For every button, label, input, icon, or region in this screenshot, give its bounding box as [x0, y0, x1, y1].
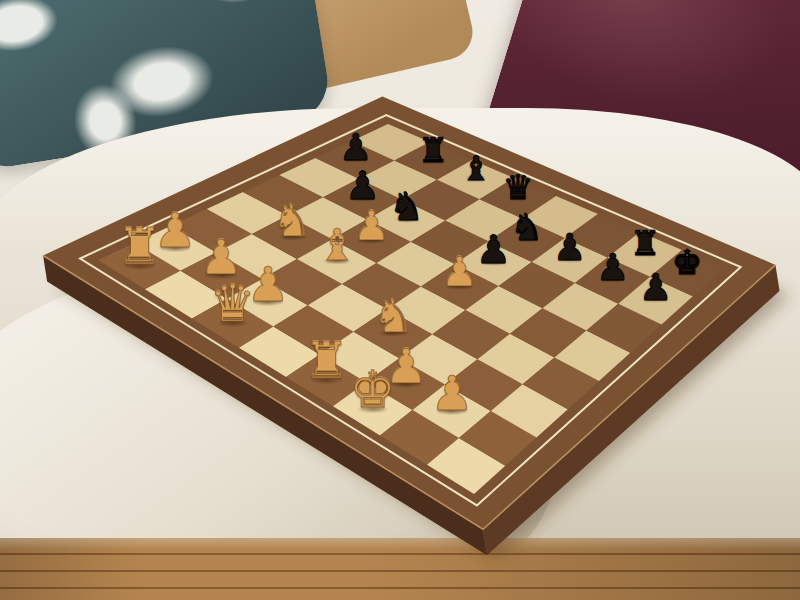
living-room-scene: ♟♜♝♛♟♞♞♞♟♟♜♟♝♟♜♚♟♟♟♟♟♛♞♜♟♚♟	[0, 0, 800, 600]
chess-board	[0, 0, 800, 600]
